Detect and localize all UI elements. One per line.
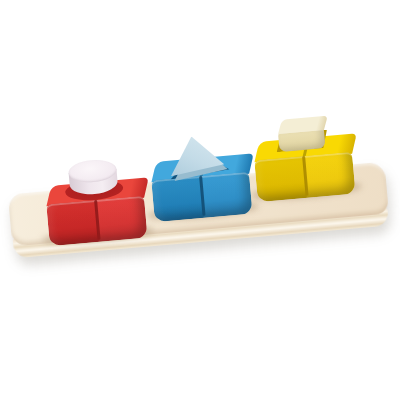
blue-block-front-face	[151, 172, 252, 222]
yellow-block-seam	[302, 156, 308, 196]
red-block-unit	[42, 144, 149, 254]
cream-cube-piece	[277, 116, 326, 152]
light-blue-triangle-piece	[168, 134, 225, 180]
white-cylinder-piece	[68, 158, 119, 196]
red-block-front-face	[46, 196, 147, 246]
blue-block-seam	[199, 176, 205, 216]
yellow-block-unit	[250, 100, 357, 210]
yellow-block-front-face	[254, 152, 355, 202]
red-block-seam	[94, 200, 100, 240]
blue-block-unit	[147, 120, 254, 230]
product-photo: KAPLAN®	[0, 0, 400, 400]
